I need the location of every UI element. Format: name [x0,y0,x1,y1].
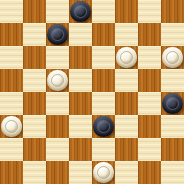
square-b2[interactable] [23,138,46,161]
square-f4[interactable] [115,92,138,115]
checkers-board [0,0,184,184]
square-e6 [92,46,115,69]
square-g6 [138,46,161,69]
square-d8[interactable] [69,0,92,23]
square-d5 [69,69,92,92]
square-a1[interactable] [0,161,23,184]
square-g7[interactable] [138,23,161,46]
square-a6 [0,46,23,69]
square-e8 [92,0,115,23]
square-a8 [0,0,23,23]
square-d1 [69,161,92,184]
dark-man-piece-e3[interactable] [93,116,114,137]
square-h1 [161,161,184,184]
square-h3 [161,115,184,138]
square-a4 [0,92,23,115]
square-b8[interactable] [23,0,46,23]
dark-man-piece-h4[interactable] [162,93,183,114]
square-b5 [23,69,46,92]
square-b1 [23,161,46,184]
square-c4 [46,92,69,115]
square-f2[interactable] [115,138,138,161]
square-d2[interactable] [69,138,92,161]
square-e7[interactable] [92,23,115,46]
square-a5[interactable] [0,69,23,92]
square-c3[interactable] [46,115,69,138]
square-h7 [161,23,184,46]
square-b3 [23,115,46,138]
square-e3[interactable] [92,115,115,138]
square-a3[interactable] [0,115,23,138]
white-man-piece-e1[interactable] [93,162,114,183]
square-a7[interactable] [0,23,23,46]
square-c2 [46,138,69,161]
square-h2[interactable] [161,138,184,161]
white-man-piece-a3[interactable] [1,116,22,137]
square-b7 [23,23,46,46]
dark-man-piece-c7[interactable] [47,24,68,45]
square-c1[interactable] [46,161,69,184]
square-c7[interactable] [46,23,69,46]
square-d4[interactable] [69,92,92,115]
white-man-piece-h6[interactable] [162,47,183,68]
white-man-piece-c5[interactable] [47,70,68,91]
square-f6[interactable] [115,46,138,69]
square-h5 [161,69,184,92]
square-b4[interactable] [23,92,46,115]
square-g1[interactable] [138,161,161,184]
square-c6 [46,46,69,69]
square-g4 [138,92,161,115]
square-e1[interactable] [92,161,115,184]
square-f8[interactable] [115,0,138,23]
square-h6[interactable] [161,46,184,69]
square-h8[interactable] [161,0,184,23]
square-b6[interactable] [23,46,46,69]
square-c8 [46,0,69,23]
square-c5[interactable] [46,69,69,92]
dark-man-piece-d8[interactable] [70,1,91,22]
square-g2 [138,138,161,161]
square-g8 [138,0,161,23]
square-f3 [115,115,138,138]
square-e4 [92,92,115,115]
square-f7 [115,23,138,46]
square-d6[interactable] [69,46,92,69]
square-e5[interactable] [92,69,115,92]
white-man-piece-f6[interactable] [116,47,137,68]
square-g5[interactable] [138,69,161,92]
square-d3 [69,115,92,138]
square-d7 [69,23,92,46]
square-f1 [115,161,138,184]
square-f5 [115,69,138,92]
square-g3[interactable] [138,115,161,138]
square-a2 [0,138,23,161]
square-e2 [92,138,115,161]
square-h4[interactable] [161,92,184,115]
